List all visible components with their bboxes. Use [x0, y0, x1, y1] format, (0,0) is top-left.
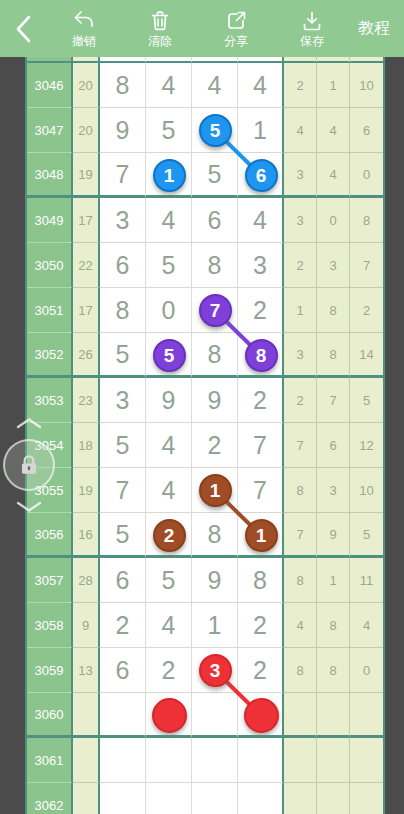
sum-cell: 20 [73, 63, 100, 108]
digit-cell[interactable]: 4 [192, 63, 238, 108]
sum-cell: 26 [73, 333, 100, 378]
stat-cell: 4 [350, 603, 383, 648]
digit-cell[interactable]: 2 [100, 603, 146, 648]
stat-cell: 0 [317, 198, 350, 243]
stat-cell [350, 783, 383, 814]
stat-cell: 3 [284, 333, 317, 378]
share-button[interactable]: 分享 [224, 9, 248, 48]
digit-cell[interactable] [238, 783, 284, 814]
digit-cell[interactable] [192, 738, 238, 783]
digit-cell[interactable] [146, 783, 192, 814]
mark-circle-purple[interactable]: 7 [199, 294, 232, 327]
period-cell: 3061 [27, 738, 73, 783]
table-row: 30522655883814 [27, 333, 383, 378]
digit-cell[interactable]: 9 [100, 108, 146, 153]
digit-cell[interactable] [192, 693, 238, 738]
digit-cell[interactable]: 3 [100, 378, 146, 423]
save-label: 保存 [300, 34, 324, 48]
stat-cell: 8 [350, 198, 383, 243]
period-cell: 3059 [27, 648, 73, 693]
stat-cell: 4 [284, 603, 317, 648]
mark-dot-red[interactable] [152, 698, 187, 733]
stat-cell [284, 738, 317, 783]
digit-cell[interactable]: 7 [100, 468, 146, 513]
stat-cell: 4 [284, 108, 317, 153]
chevron-up-icon[interactable] [15, 417, 43, 429]
toolbar-buttons: 撤销 清除 分享 [46, 9, 356, 48]
sum-cell: 16 [73, 513, 100, 558]
sum-cell: 17 [73, 198, 100, 243]
table-row: 30541854277612 [27, 423, 383, 468]
mark-circle-blue[interactable]: 1 [153, 159, 186, 192]
undo-button[interactable]: 撤销 [72, 9, 96, 48]
digit-cell[interactable]: 8 [100, 288, 146, 333]
stat-cell [317, 693, 350, 738]
table-row: 3049173464308 [27, 198, 383, 243]
digit-cell[interactable]: 4 [238, 63, 284, 108]
trash-icon [148, 9, 172, 33]
period-cell: 3057 [27, 558, 73, 603]
digit-cell[interactable]: 8 [238, 558, 284, 603]
digit-cell[interactable]: 5 [146, 558, 192, 603]
digit-cell[interactable]: 4 [146, 603, 192, 648]
toolbar: 撤销 清除 分享 [0, 0, 404, 57]
digit-cell[interactable]: 4 [146, 198, 192, 243]
period-cell: 3048 [27, 153, 73, 198]
stat-cell: 2 [350, 288, 383, 333]
stat-cell: 10 [350, 468, 383, 513]
stat-cell: 3 [284, 153, 317, 198]
digit-cell[interactable]: 3 [238, 243, 284, 288]
share-icon [224, 9, 248, 33]
digit-cell[interactable]: 8 [192, 513, 238, 558]
stat-cell: 11 [350, 558, 383, 603]
sum-cell: 13 [73, 648, 100, 693]
stat-cell: 0 [350, 648, 383, 693]
digit-cell[interactable]: 5 [100, 513, 146, 558]
digit-cell[interactable] [100, 693, 146, 738]
stat-cell: 9 [317, 513, 350, 558]
digit-cell[interactable]: 2 [146, 648, 192, 693]
stat-cell: 7 [317, 378, 350, 423]
digit-cell[interactable]: 2 [238, 288, 284, 333]
sum-cell: 22 [73, 243, 100, 288]
stat-cell: 3 [317, 243, 350, 288]
digit-cell[interactable] [146, 738, 192, 783]
digit-cell[interactable]: 5 [100, 423, 146, 468]
mark-circle-purple[interactable]: 8 [245, 339, 278, 372]
period-cell: 3047 [27, 108, 73, 153]
stat-cell: 10 [350, 63, 383, 108]
digit-cell[interactable] [100, 738, 146, 783]
digit-cell[interactable]: 5 [146, 108, 192, 153]
mark-circle-blue[interactable]: 6 [245, 159, 278, 192]
digit-cell[interactable]: 6 [100, 648, 146, 693]
save-button[interactable]: 保存 [300, 9, 324, 48]
digit-cell[interactable]: 1 [238, 108, 284, 153]
stat-cell: 6 [317, 423, 350, 468]
undo-label: 撤销 [72, 34, 96, 48]
chevron-left-icon [15, 15, 31, 43]
digit-cell[interactable]: 6 [100, 558, 146, 603]
digit-cell[interactable]: 9 [192, 558, 238, 603]
sum-cell: 20 [73, 108, 100, 153]
stat-cell: 1 [317, 63, 350, 108]
stat-cell: 14 [350, 333, 383, 378]
digit-cell[interactable]: 9 [192, 378, 238, 423]
sum-cell: 9 [73, 603, 100, 648]
mark-circle-red[interactable]: 3 [199, 654, 232, 687]
digit-cell[interactable]: 2 [238, 603, 284, 648]
sum-cell [73, 693, 100, 738]
mark-circle-blue[interactable]: 5 [199, 114, 232, 147]
stat-cell: 8 [284, 648, 317, 693]
stat-cell: 4 [317, 153, 350, 198]
clear-label: 清除 [148, 34, 172, 48]
table-row: 3053233992275 [27, 378, 383, 423]
back-button[interactable] [0, 0, 46, 57]
digit-cell[interactable]: 8 [100, 63, 146, 108]
tutorial-button[interactable]: 教程 [358, 18, 390, 39]
stat-cell: 0 [350, 153, 383, 198]
download-icon [300, 9, 324, 33]
sum-cell: 28 [73, 558, 100, 603]
digit-cell[interactable] [238, 738, 284, 783]
stat-cell: 2 [284, 378, 317, 423]
digit-cell[interactable]: 4 [146, 468, 192, 513]
mark-circle-brown[interactable]: 1 [245, 519, 278, 552]
clear-button[interactable]: 清除 [148, 9, 172, 48]
stat-cell: 7 [284, 423, 317, 468]
stat-cell [284, 693, 317, 738]
undo-icon [72, 9, 96, 33]
stat-cell: 1 [284, 288, 317, 333]
period-cell: 3056 [27, 513, 73, 558]
table-row: 30462084442110 [27, 63, 383, 108]
stat-cell: 6 [350, 108, 383, 153]
digit-cell[interactable] [100, 783, 146, 814]
table-row: 3062 [27, 783, 383, 814]
period-cell: 3051 [27, 288, 73, 333]
sum-cell [73, 783, 100, 814]
stat-cell [350, 738, 383, 783]
period-cell: 3058 [27, 603, 73, 648]
digit-cell[interactable]: 2 [192, 423, 238, 468]
stat-cell: 8 [284, 558, 317, 603]
app-screen: 撤销 清除 分享 [0, 0, 404, 814]
table-row: 30572865988111 [27, 558, 383, 603]
lock-widget [2, 417, 56, 513]
digit-cell[interactable]: 0 [146, 288, 192, 333]
period-cell: 3046 [27, 63, 73, 108]
period-cell: 3060 [27, 693, 73, 738]
padlock-icon [16, 452, 42, 478]
stat-cell [317, 738, 350, 783]
digit-cell[interactable]: 8 [192, 243, 238, 288]
stat-cell: 1 [317, 558, 350, 603]
period-cell: 3062 [27, 783, 73, 814]
digit-cell[interactable]: 1 [192, 603, 238, 648]
stat-cell: 8 [284, 468, 317, 513]
stat-cell: 2 [284, 63, 317, 108]
stat-cell: 8 [317, 603, 350, 648]
stat-cell: 3 [284, 198, 317, 243]
period-cell: 3049 [27, 198, 73, 243]
stat-cell: 7 [284, 513, 317, 558]
digit-cell[interactable]: 8 [192, 333, 238, 378]
chevron-down-icon[interactable] [15, 501, 43, 513]
mark-circle-brown[interactable]: 2 [153, 519, 186, 552]
period-cell: 3052 [27, 333, 73, 378]
digit-cell[interactable]: 2 [238, 378, 284, 423]
digit-cell[interactable]: 5 [192, 153, 238, 198]
stat-cell [284, 783, 317, 814]
stat-cell: 5 [350, 378, 383, 423]
digit-cell[interactable]: 2 [238, 648, 284, 693]
digit-cell[interactable] [192, 783, 238, 814]
stat-cell: 8 [317, 288, 350, 333]
digit-cell[interactable]: 5 [146, 243, 192, 288]
digit-cell[interactable]: 5 [100, 333, 146, 378]
sum-cell: 18 [73, 423, 100, 468]
sum-cell: 19 [73, 153, 100, 198]
digit-cell[interactable]: 6 [100, 243, 146, 288]
sum-cell: 19 [73, 468, 100, 513]
sum-cell: 17 [73, 288, 100, 333]
mark-dot-red[interactable] [244, 698, 279, 733]
stat-cell: 8 [317, 333, 350, 378]
digit-cell[interactable]: 4 [238, 198, 284, 243]
stat-cell: 12 [350, 423, 383, 468]
lock-button[interactable] [3, 439, 55, 491]
share-label: 分享 [224, 34, 248, 48]
stat-cell: 3 [317, 468, 350, 513]
mark-circle-brown[interactable]: 1 [199, 474, 232, 507]
digit-cell[interactable]: 9 [146, 378, 192, 423]
table-row: 305892412484 [27, 603, 383, 648]
stat-cell: 8 [317, 648, 350, 693]
table-row: 3060 [27, 693, 383, 738]
stat-cell [317, 783, 350, 814]
mark-circle-purple[interactable]: 5 [153, 339, 186, 372]
digit-cell[interactable]: 7 [100, 153, 146, 198]
table-row: 3050226583237 [27, 243, 383, 288]
digit-cell[interactable]: 7 [238, 423, 284, 468]
stat-cell: 7 [350, 243, 383, 288]
digit-cell[interactable]: 4 [146, 63, 192, 108]
table-row: 3061 [27, 738, 383, 783]
sum-cell [73, 738, 100, 783]
table-row: 3048197156340 [27, 153, 383, 198]
stat-cell: 4 [317, 108, 350, 153]
stat-cell: 2 [284, 243, 317, 288]
digit-cell[interactable]: 3 [100, 198, 146, 243]
digit-cell[interactable]: 4 [146, 423, 192, 468]
trend-table: 3046208444211030472095514463048197156340… [25, 57, 385, 814]
period-cell: 3050 [27, 243, 73, 288]
digit-cell[interactable]: 7 [238, 468, 284, 513]
stat-cell: 5 [350, 513, 383, 558]
digit-cell[interactable]: 6 [192, 198, 238, 243]
sum-cell: 23 [73, 378, 100, 423]
table-row: 3056165281795 [27, 513, 383, 558]
stat-cell [350, 693, 383, 738]
